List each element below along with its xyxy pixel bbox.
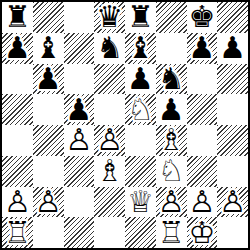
piece-halo: ♞ <box>125 94 156 125</box>
piece-halo: ♜ <box>156 217 187 248</box>
piece-halo: ♛ <box>94 2 125 33</box>
square-a3[interactable] <box>2 156 33 187</box>
square-e8[interactable]: ♜♜ <box>125 2 156 33</box>
square-b1[interactable] <box>33 217 64 248</box>
square-h8[interactable] <box>217 2 248 33</box>
white-pawn: ♙ <box>2 187 33 218</box>
piece-halo: ♞ <box>94 33 125 64</box>
square-d3[interactable]: ♝♗ <box>94 156 125 187</box>
square-e6[interactable]: ♟♟ <box>125 64 156 95</box>
square-b3[interactable] <box>33 156 64 187</box>
black-bishop: ♝ <box>33 33 64 64</box>
square-h7[interactable]: ♟♟ <box>217 33 248 64</box>
black-king: ♚ <box>187 2 218 33</box>
white-king: ♔ <box>187 217 218 248</box>
square-b6[interactable]: ♟♟ <box>33 64 64 95</box>
square-c5[interactable]: ♟♟ <box>64 94 95 125</box>
piece-halo: ♚ <box>187 217 218 248</box>
black-queen: ♛ <box>94 2 125 33</box>
square-e4[interactable] <box>125 125 156 156</box>
square-c7[interactable] <box>64 33 95 64</box>
piece-halo: ♞ <box>156 64 187 95</box>
piece-halo: ♟ <box>187 187 218 218</box>
black-knight: ♞ <box>94 33 125 64</box>
piece-halo: ♟ <box>187 33 218 64</box>
square-c4[interactable]: ♟♙ <box>64 125 95 156</box>
square-b2[interactable]: ♟♙ <box>33 187 64 218</box>
piece-halo: ♟ <box>156 94 187 125</box>
piece-halo: ♟ <box>156 187 187 218</box>
square-f2[interactable]: ♟♙ <box>156 187 187 218</box>
black-pawn: ♟ <box>156 94 187 125</box>
white-pawn: ♙ <box>33 187 64 218</box>
square-f1[interactable]: ♜♖ <box>156 217 187 248</box>
piece-halo: ♝ <box>125 33 156 64</box>
white-bishop: ♗ <box>94 156 125 187</box>
square-d1[interactable] <box>94 217 125 248</box>
piece-halo: ♝ <box>94 156 125 187</box>
piece-halo: ♟ <box>2 33 33 64</box>
square-d6[interactable] <box>94 64 125 95</box>
piece-halo: ♟ <box>33 64 64 95</box>
white-pawn: ♙ <box>217 187 248 218</box>
square-a1[interactable]: ♜♖ <box>2 217 33 248</box>
piece-halo: ♝ <box>156 125 187 156</box>
square-h4[interactable] <box>217 125 248 156</box>
piece-halo: ♜ <box>2 2 33 33</box>
square-e7[interactable]: ♝♝ <box>125 33 156 64</box>
square-e3[interactable] <box>125 156 156 187</box>
square-b8[interactable] <box>33 2 64 33</box>
square-h5[interactable] <box>217 94 248 125</box>
white-queen: ♕ <box>125 187 156 218</box>
square-f6[interactable]: ♞♞ <box>156 64 187 95</box>
square-c2[interactable] <box>64 187 95 218</box>
square-a6[interactable] <box>2 64 33 95</box>
square-a8[interactable]: ♜♜ <box>2 2 33 33</box>
square-e1[interactable] <box>125 217 156 248</box>
black-bishop: ♝ <box>125 33 156 64</box>
square-d2[interactable] <box>94 187 125 218</box>
black-rook: ♜ <box>2 2 33 33</box>
piece-halo: ♟ <box>64 125 95 156</box>
black-pawn: ♟ <box>64 94 95 125</box>
black-pawn: ♟ <box>187 33 218 64</box>
square-c6[interactable] <box>64 64 95 95</box>
square-h6[interactable] <box>217 64 248 95</box>
piece-halo: ♜ <box>125 2 156 33</box>
square-g2[interactable]: ♟♙ <box>187 187 218 218</box>
square-b5[interactable] <box>33 94 64 125</box>
piece-halo: ♟ <box>94 125 125 156</box>
white-pawn: ♙ <box>64 125 95 156</box>
piece-halo: ♟ <box>125 64 156 95</box>
chess-board: ♜♜♛♛♜♜♚♚♟♟♝♝♞♞♝♝♟♟♟♟♟♟♟♟♞♞♟♟♞♘♟♟♟♙♟♙♝♗♝♗… <box>0 0 250 250</box>
black-rook: ♜ <box>125 2 156 33</box>
square-d5[interactable] <box>94 94 125 125</box>
square-e5[interactable]: ♞♘ <box>125 94 156 125</box>
piece-halo: ♛ <box>125 187 156 218</box>
square-g4[interactable] <box>187 125 218 156</box>
white-rook: ♖ <box>156 217 187 248</box>
black-pawn: ♟ <box>125 64 156 95</box>
square-f8[interactable] <box>156 2 187 33</box>
white-rook: ♖ <box>2 217 33 248</box>
square-h2[interactable]: ♟♙ <box>217 187 248 218</box>
piece-halo: ♜ <box>2 217 33 248</box>
square-a7[interactable]: ♟♟ <box>2 33 33 64</box>
square-f7[interactable] <box>156 33 187 64</box>
white-pawn: ♙ <box>187 187 218 218</box>
square-c3[interactable] <box>64 156 95 187</box>
square-d4[interactable]: ♟♙ <box>94 125 125 156</box>
white-pawn: ♙ <box>94 125 125 156</box>
square-d7[interactable]: ♞♞ <box>94 33 125 64</box>
square-a2[interactable]: ♟♙ <box>2 187 33 218</box>
white-knight: ♘ <box>125 94 156 125</box>
square-h3[interactable] <box>217 156 248 187</box>
square-a5[interactable] <box>2 94 33 125</box>
square-f4[interactable]: ♝♗ <box>156 125 187 156</box>
black-pawn: ♟ <box>2 33 33 64</box>
square-e2[interactable]: ♛♕ <box>125 187 156 218</box>
piece-halo: ♟ <box>33 187 64 218</box>
square-c1[interactable] <box>64 217 95 248</box>
square-b4[interactable] <box>33 125 64 156</box>
piece-halo: ♝ <box>33 33 64 64</box>
square-g1[interactable]: ♚♔ <box>187 217 218 248</box>
square-g6[interactable] <box>187 64 218 95</box>
square-d8[interactable]: ♛♛ <box>94 2 125 33</box>
black-knight: ♞ <box>156 64 187 95</box>
black-pawn: ♟ <box>217 33 248 64</box>
white-pawn: ♙ <box>156 187 187 218</box>
square-c8[interactable] <box>64 2 95 33</box>
square-g5[interactable] <box>187 94 218 125</box>
square-f3[interactable]: ♞♘ <box>156 156 187 187</box>
square-g8[interactable]: ♚♚ <box>187 2 218 33</box>
black-pawn: ♟ <box>33 64 64 95</box>
square-h1[interactable] <box>217 217 248 248</box>
piece-halo: ♟ <box>217 33 248 64</box>
piece-halo: ♟ <box>217 187 248 218</box>
square-g3[interactable] <box>187 156 218 187</box>
piece-halo: ♟ <box>64 94 95 125</box>
white-bishop: ♗ <box>156 125 187 156</box>
piece-halo: ♚ <box>187 2 218 33</box>
square-g7[interactable]: ♟♟ <box>187 33 218 64</box>
piece-halo: ♞ <box>156 156 187 187</box>
piece-halo: ♟ <box>2 187 33 218</box>
square-b7[interactable]: ♝♝ <box>33 33 64 64</box>
white-knight: ♘ <box>156 156 187 187</box>
square-f5[interactable]: ♟♟ <box>156 94 187 125</box>
square-a4[interactable] <box>2 125 33 156</box>
